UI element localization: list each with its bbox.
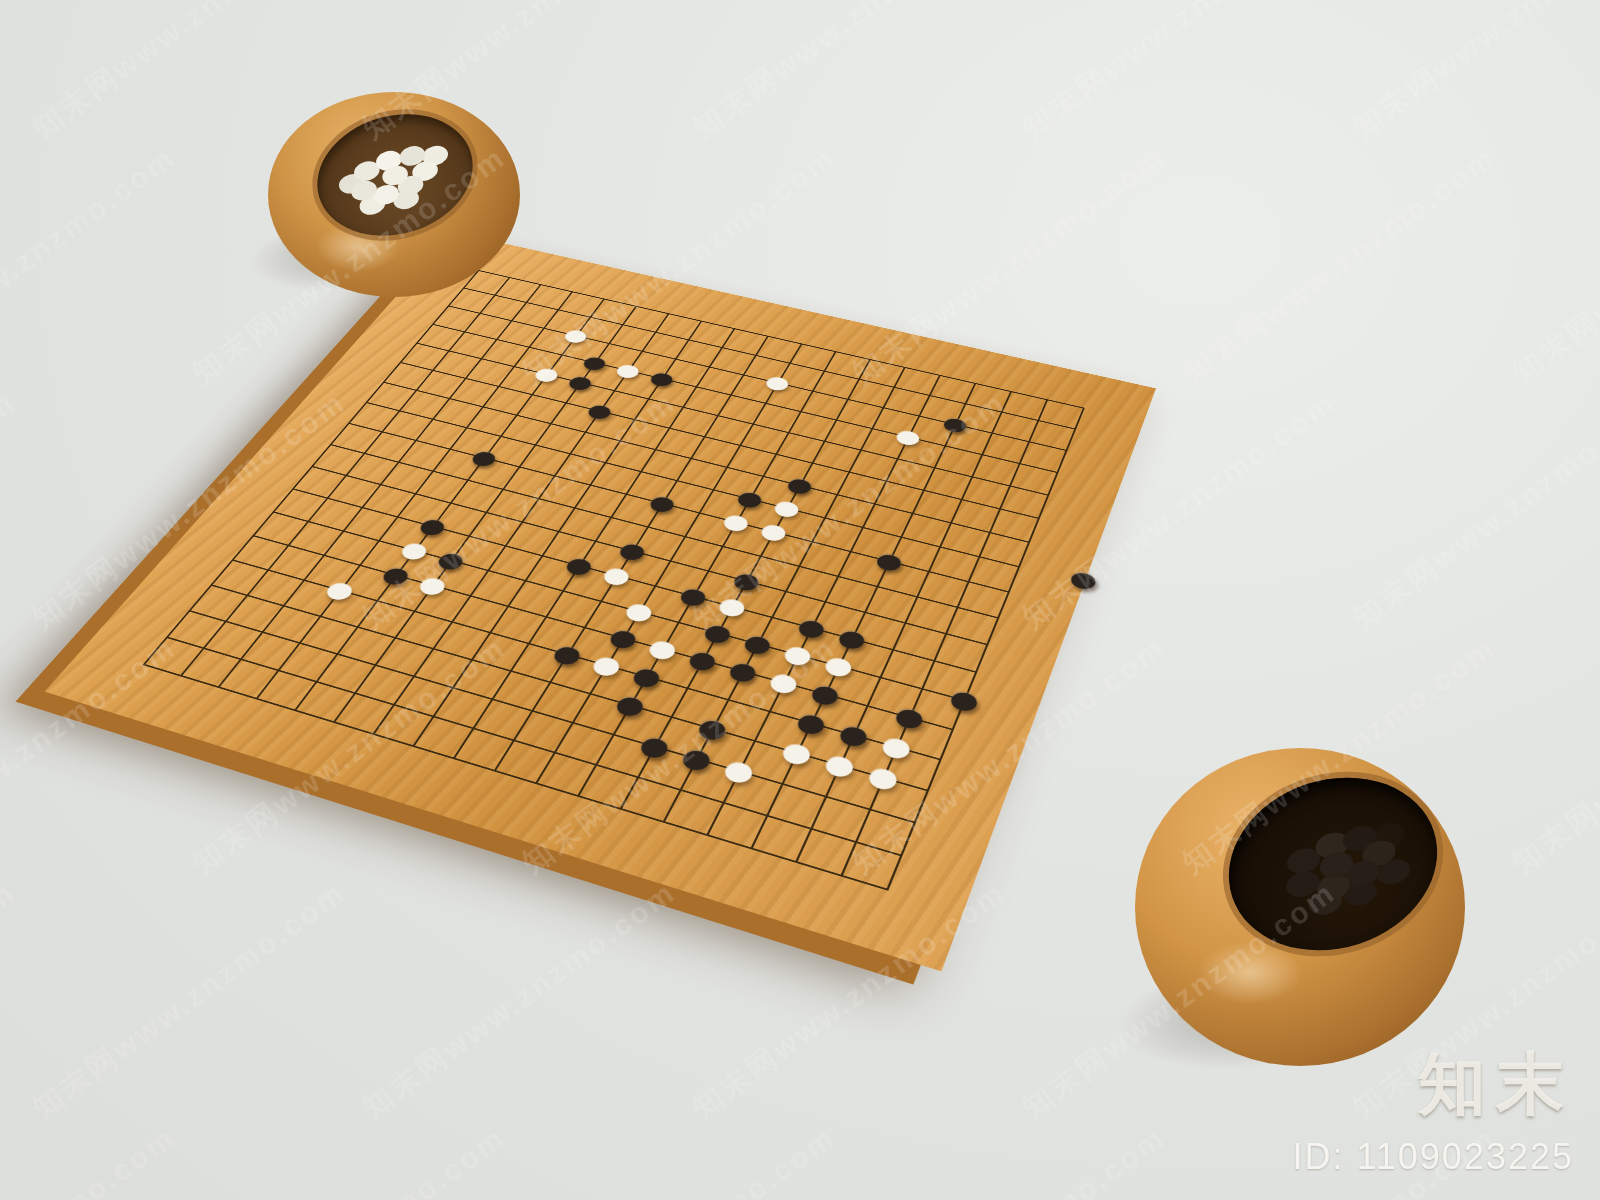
white-stone[interactable]: ● bbox=[755, 368, 802, 396]
off-board-black-stone[interactable]: ● bbox=[1059, 561, 1109, 596]
watermark-tile: 知末网www.znzmo.com bbox=[1344, 383, 1600, 639]
watermark-tile: 知末网www.znzmo.com bbox=[1174, 138, 1504, 394]
black-stone[interactable]: ● bbox=[932, 409, 979, 439]
black-stone[interactable]: ● bbox=[638, 487, 689, 519]
watermark-tile: 知末网www.znzmo.com bbox=[514, 1118, 844, 1200]
logo-text: 知末 bbox=[1292, 1039, 1574, 1130]
black-stones-in-bowl bbox=[1317, 848, 1357, 881]
watermark-tile: 知末网www.znzmo.com bbox=[684, 0, 1014, 148]
image-id: ID: 1109023225 bbox=[1292, 1136, 1574, 1178]
white-stone-bowl[interactable] bbox=[268, 92, 520, 297]
watermark-tile: 知末网www.znzmo.com bbox=[1344, 0, 1600, 148]
scene: { "game": "go", "position": { "board_siz… bbox=[0, 0, 1600, 1200]
watermark-tile: 知末网www.znzmo.com bbox=[0, 873, 24, 1129]
black-stone[interactable]: ● bbox=[576, 396, 625, 425]
watermark-tile: 知末网www.znzmo.com bbox=[1014, 0, 1344, 148]
black-stone-bowl[interactable] bbox=[1135, 748, 1465, 1066]
black-stone[interactable]: ● bbox=[864, 544, 915, 579]
watermark-tile: 知末网www.znzmo.com bbox=[0, 1118, 184, 1200]
black-stone[interactable]: ● bbox=[938, 680, 992, 720]
watermark-tile: 知末网www.znzmo.com bbox=[0, 0, 24, 148]
black-stone[interactable]: ● bbox=[459, 442, 510, 473]
white-stone[interactable]: ● bbox=[885, 422, 932, 452]
watermark-tile: 知末网www.znzmo.com bbox=[184, 1118, 514, 1200]
site-watermark-logo: 知末 ID: 1109023225 bbox=[1292, 1039, 1574, 1178]
white-stone[interactable]: ● bbox=[313, 572, 369, 608]
watermark-tile: 知末网www.znzmo.com bbox=[1504, 138, 1600, 394]
watermark-tile: 知末网www.znzmo.com bbox=[1504, 628, 1600, 884]
white-stones-in-bowl bbox=[380, 163, 410, 188]
